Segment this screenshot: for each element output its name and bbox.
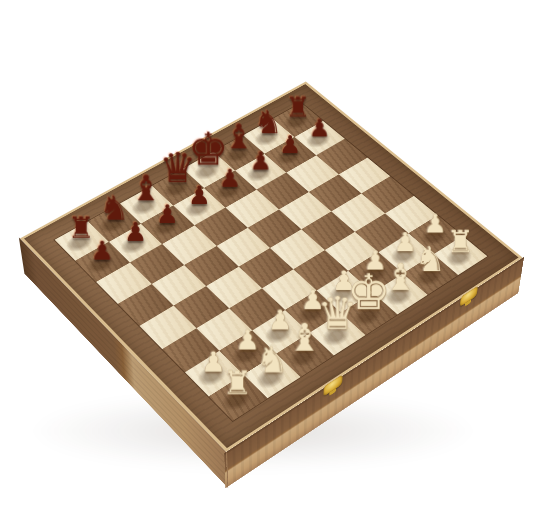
black-pawn: ♟ <box>123 219 146 245</box>
black-rook: ♜ <box>285 94 310 122</box>
product-photo: ♜♞♝♛♚♝♞♜♟♟♟♟♟♟♟♟♟♟♟♟♟♟♟♟♜♞♝♛♚♝♞♜ <box>0 0 533 528</box>
white-pawn: ♟ <box>393 229 416 255</box>
black-pawn: ♟ <box>279 132 301 157</box>
chess-scene: ♜♞♝♛♚♝♞♜♟♟♟♟♟♟♟♟♟♟♟♟♟♟♟♟♜♞♝♛♚♝♞♜ <box>0 0 533 528</box>
black-pawn: ♟ <box>90 237 113 263</box>
black-pawn: ♟ <box>155 201 178 227</box>
black-pawn: ♟ <box>249 149 271 174</box>
white-pawn: ♟ <box>201 348 226 376</box>
white-knight: ♞ <box>255 341 288 377</box>
black-pawn: ♟ <box>187 183 210 208</box>
white-rook: ♜ <box>223 367 252 399</box>
white-queen: ♛ <box>316 291 356 336</box>
white-bishop: ♝ <box>287 319 321 357</box>
black-pawn: ♟ <box>308 115 330 139</box>
black-pawn: ♟ <box>218 166 241 191</box>
white-rook: ♜ <box>446 227 473 257</box>
white-pawn: ♟ <box>423 211 446 237</box>
white-knight: ♞ <box>414 242 445 276</box>
